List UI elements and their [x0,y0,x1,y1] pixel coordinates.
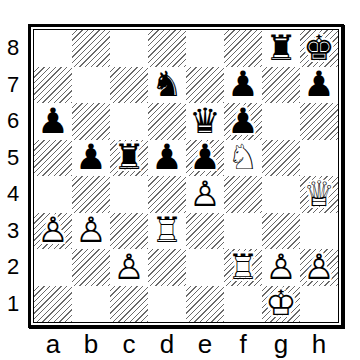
square-f2: ♜♖ [224,249,262,286]
square-h4: ♛♕ [300,176,338,213]
square-e1 [186,286,224,323]
piece-halo: ♞ [224,140,262,177]
square-c7 [110,67,148,104]
square-f1 [224,286,262,323]
square-f6: ♟♟ [224,103,262,140]
file-labels: abcdefgh [34,329,338,359]
square-a3: ♟♙ [34,213,72,250]
piece-halo: ♚ [262,286,300,323]
square-a8 [34,30,72,67]
square-d5: ♟♟ [148,140,186,177]
square-e3 [186,213,224,250]
square-g4 [262,176,300,213]
square-d8 [148,30,186,67]
square-h7: ♟♟ [300,67,338,104]
square-d1 [148,286,186,323]
square-h2: ♟♙ [300,249,338,286]
square-e6: ♛♛ [186,103,224,140]
piece-halo: ♟ [186,176,224,213]
square-a1 [34,286,72,323]
square-b5: ♟♟ [72,140,110,177]
rank-label-2: 2 [0,249,26,286]
file-label-g: g [262,329,300,360]
square-d2 [148,249,186,286]
square-c4 [110,176,148,213]
piece-halo: ♟ [110,249,148,286]
piece-halo: ♟ [186,140,224,177]
piece-white-knight: ♘ [224,140,262,177]
square-e5: ♟♟ [186,140,224,177]
file-label-a: a [34,329,72,360]
square-a7 [34,67,72,104]
square-e2 [186,249,224,286]
square-b1 [72,286,110,323]
square-b3: ♟♙ [72,213,110,250]
piece-halo: ♜ [224,249,262,286]
piece-white-pawn: ♙ [110,249,148,286]
piece-halo: ♜ [262,30,300,67]
square-a5 [34,140,72,177]
piece-halo: ♚ [300,30,338,67]
square-a2 [34,249,72,286]
rank-labels: 87654321 [0,30,26,322]
board-frame: ♜♜♚♚♞♞♟♟♟♟♟♟♛♛♟♟♟♟♜♜♟♟♟♟♞♘♟♙♛♕♟♙♟♙♜♖♟♙♜♖… [28,24,344,328]
square-e4: ♟♙ [186,176,224,213]
file-label-b: b [72,329,110,360]
square-g1: ♚♔ [262,286,300,323]
piece-black-pawn: ♟ [186,140,224,177]
square-c3 [110,213,148,250]
piece-halo: ♟ [72,213,110,250]
piece-black-pawn: ♟ [148,140,186,177]
piece-halo: ♛ [186,103,224,140]
piece-halo: ♟ [224,103,262,140]
square-g2: ♟♙ [262,249,300,286]
square-a4 [34,176,72,213]
piece-white-pawn: ♙ [262,249,300,286]
piece-halo: ♟ [224,67,262,104]
square-b2 [72,249,110,286]
piece-black-pawn: ♟ [300,67,338,104]
square-f7: ♟♟ [224,67,262,104]
square-f3 [224,213,262,250]
square-h3 [300,213,338,250]
square-d7: ♞♞ [148,67,186,104]
piece-black-pawn: ♟ [224,103,262,140]
square-b4 [72,176,110,213]
square-g6 [262,103,300,140]
piece-black-pawn: ♟ [34,103,72,140]
file-label-h: h [300,329,338,360]
square-g3 [262,213,300,250]
square-g8: ♜♜ [262,30,300,67]
file-label-d: d [148,329,186,360]
file-label-e: e [186,329,224,360]
piece-halo: ♟ [72,140,110,177]
piece-halo: ♛ [300,176,338,213]
piece-white-pawn: ♙ [186,176,224,213]
square-b8 [72,30,110,67]
piece-black-king: ♚ [300,30,338,67]
square-g5 [262,140,300,177]
piece-white-pawn: ♙ [300,249,338,286]
piece-white-rook: ♖ [148,213,186,250]
board-inner-border: ♜♜♚♚♞♞♟♟♟♟♟♟♛♛♟♟♟♟♜♜♟♟♟♟♞♘♟♙♛♕♟♙♟♙♜♖♟♙♜♖… [33,29,339,323]
piece-halo: ♟ [262,249,300,286]
square-g7 [262,67,300,104]
square-a6: ♟♟ [34,103,72,140]
square-b6 [72,103,110,140]
square-c1 [110,286,148,323]
square-d4 [148,176,186,213]
piece-black-queen: ♛ [186,103,224,140]
square-f8 [224,30,262,67]
piece-black-rook: ♜ [110,140,148,177]
piece-halo: ♟ [34,213,72,250]
piece-halo: ♟ [34,103,72,140]
piece-halo: ♟ [300,249,338,286]
rank-label-7: 7 [0,67,26,104]
piece-halo: ♜ [148,213,186,250]
square-d6 [148,103,186,140]
square-d3: ♜♖ [148,213,186,250]
piece-halo: ♞ [148,67,186,104]
rank-label-6: 6 [0,103,26,140]
rank-label-8: 8 [0,30,26,67]
rank-label-1: 1 [0,286,26,323]
piece-black-knight: ♞ [148,67,186,104]
piece-halo: ♟ [300,67,338,104]
square-c6 [110,103,148,140]
piece-halo: ♜ [110,140,148,177]
square-c8 [110,30,148,67]
square-h1 [300,286,338,323]
square-f4 [224,176,262,213]
piece-white-king: ♔ [262,286,300,323]
piece-black-rook: ♜ [262,30,300,67]
square-h8: ♚♚ [300,30,338,67]
piece-black-pawn: ♟ [72,140,110,177]
file-label-f: f [224,329,262,360]
chess-diagram: 87654321 ♜♜♚♚♞♞♟♟♟♟♟♟♛♛♟♟♟♟♜♜♟♟♟♟♞♘♟♙♛♕♟… [0,0,360,360]
square-h6 [300,103,338,140]
piece-white-queen: ♕ [300,176,338,213]
square-e7 [186,67,224,104]
chess-board: ♜♜♚♚♞♞♟♟♟♟♟♟♛♛♟♟♟♟♜♜♟♟♟♟♞♘♟♙♛♕♟♙♟♙♜♖♟♙♜♖… [34,30,338,322]
rank-label-3: 3 [0,213,26,250]
piece-black-pawn: ♟ [224,67,262,104]
square-b7 [72,67,110,104]
square-h5 [300,140,338,177]
piece-white-pawn: ♙ [34,213,72,250]
file-label-c: c [110,329,148,360]
square-c5: ♜♜ [110,140,148,177]
piece-halo: ♟ [148,140,186,177]
square-c2: ♟♙ [110,249,148,286]
square-e8 [186,30,224,67]
square-f5: ♞♘ [224,140,262,177]
piece-white-pawn: ♙ [72,213,110,250]
rank-label-5: 5 [0,140,26,177]
piece-white-rook: ♖ [224,249,262,286]
rank-label-4: 4 [0,176,26,213]
